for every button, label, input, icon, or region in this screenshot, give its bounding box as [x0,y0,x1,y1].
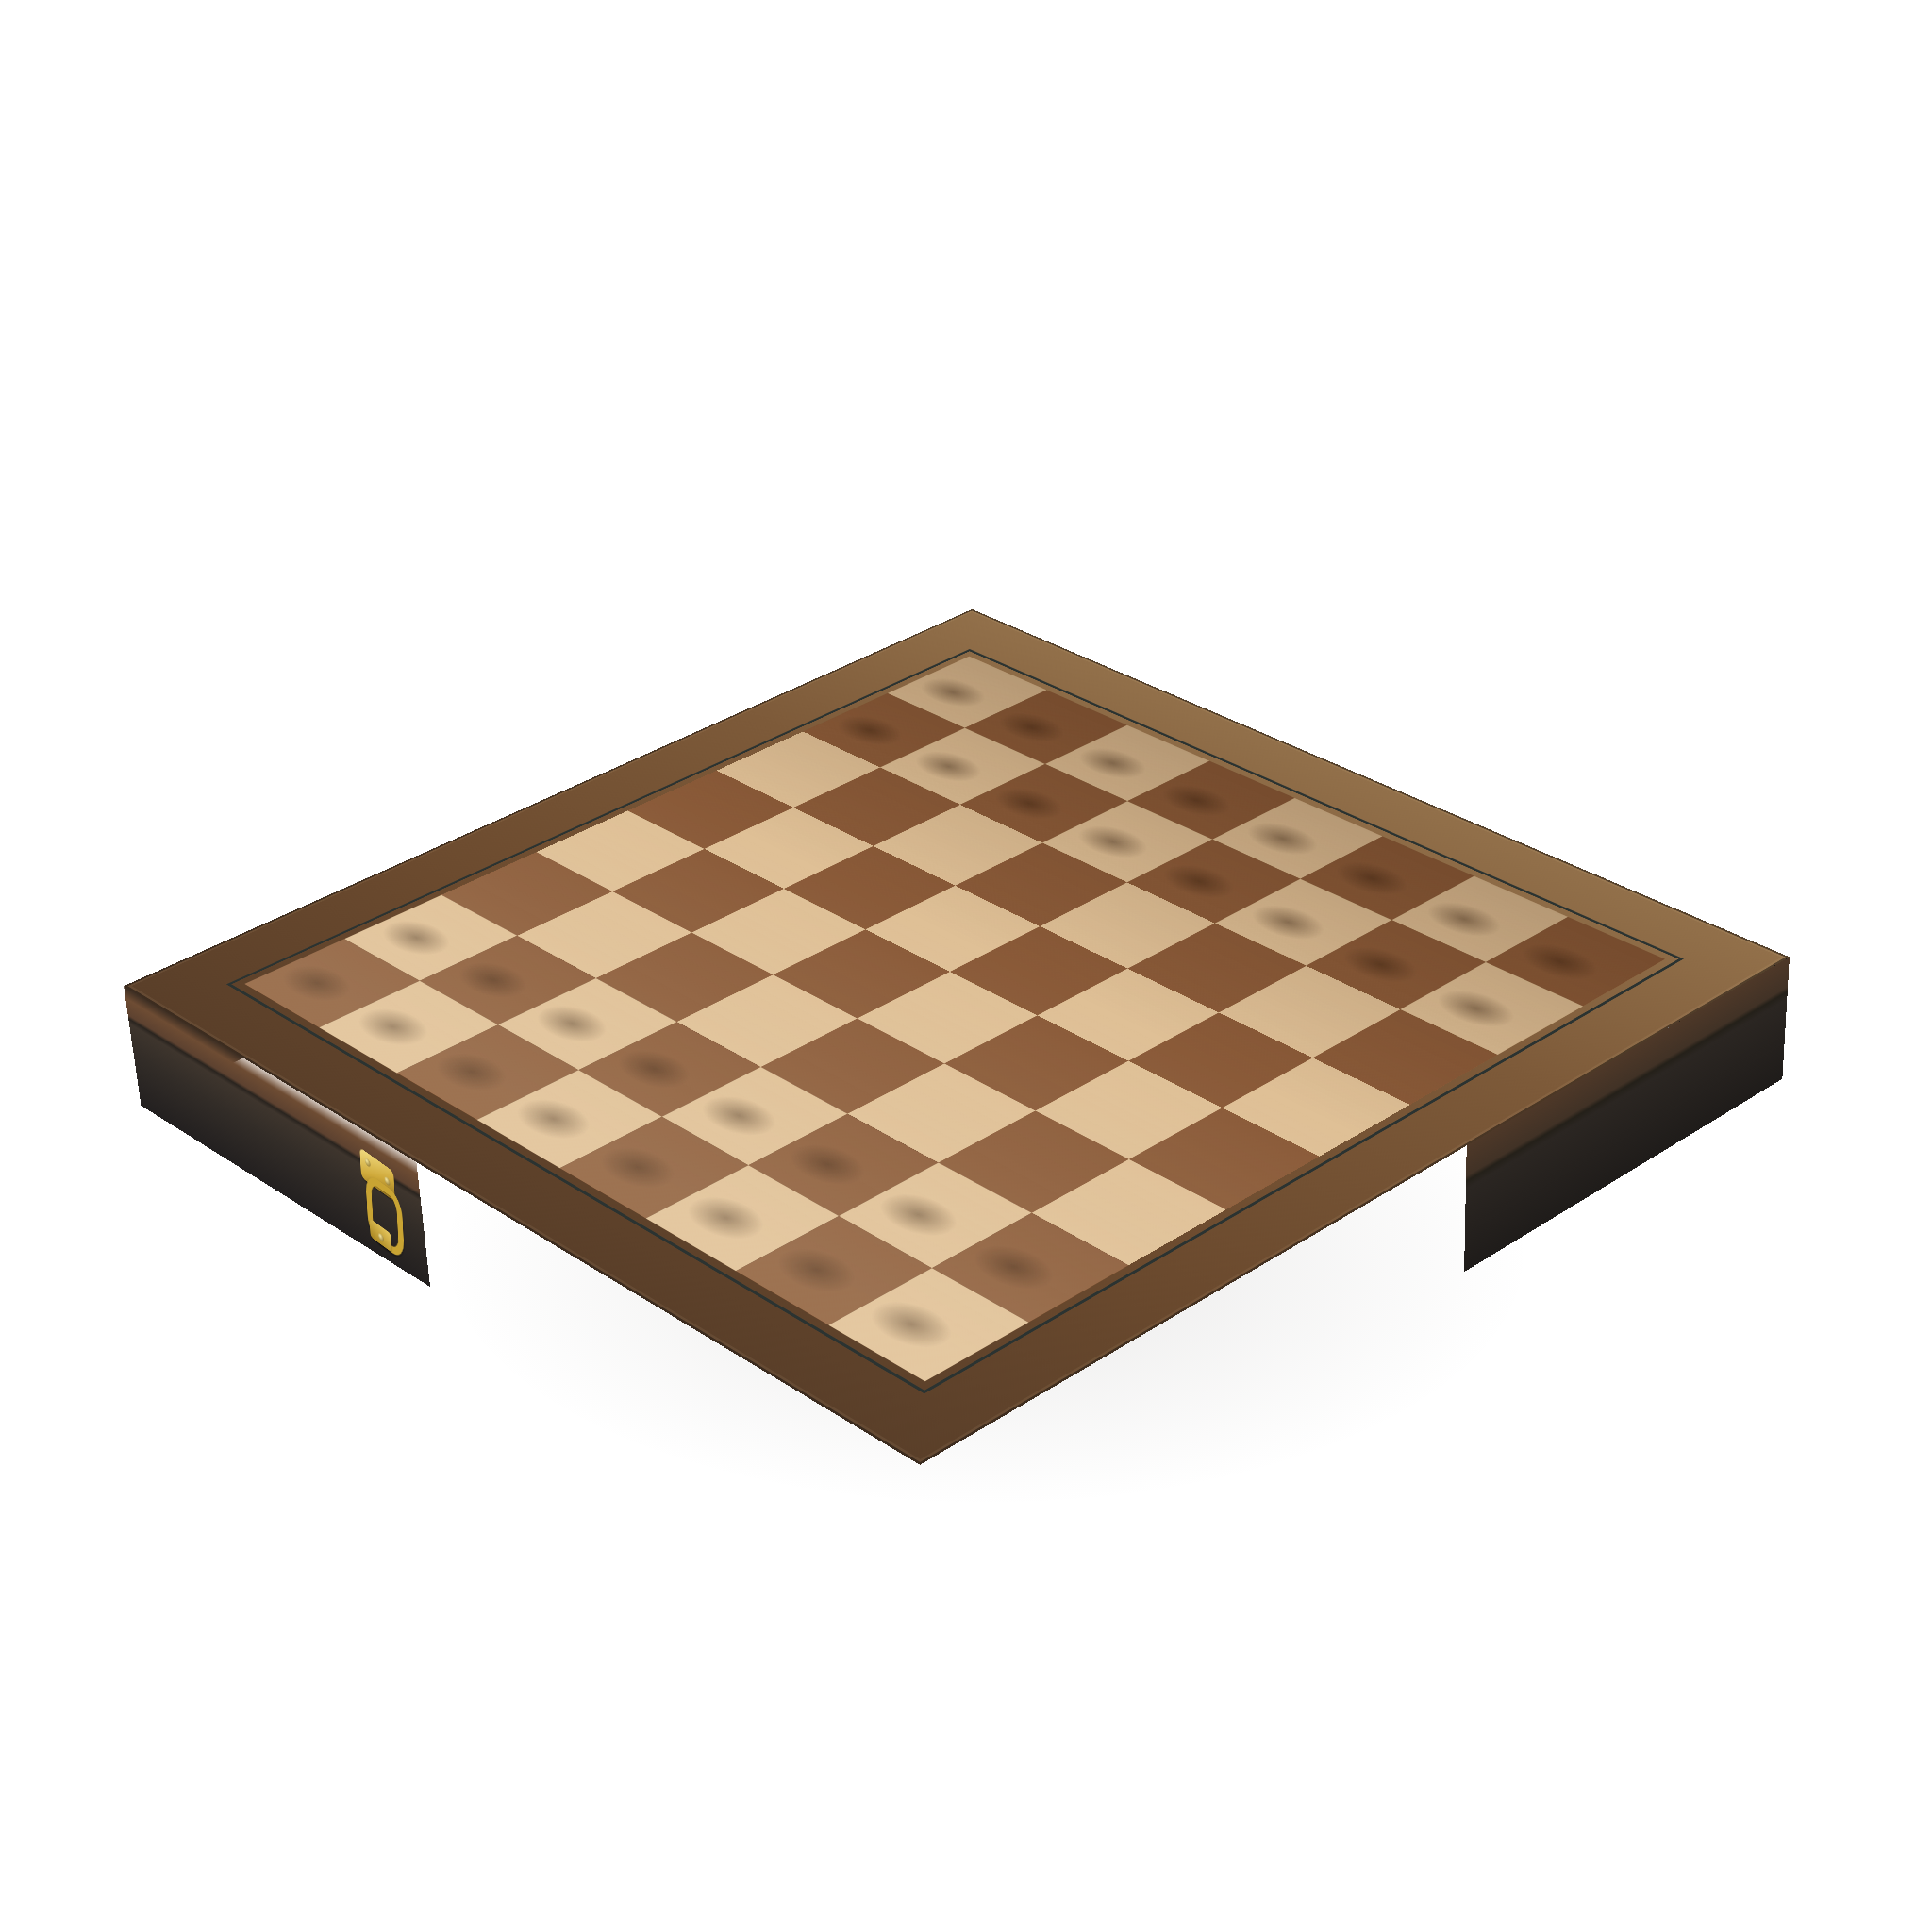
rook-glyph: ♜ [835,1335,972,1341]
scene: ♜♞♝♛♚♝♞♜♟♟♟♟♟♟♟♟♟♟♟♟♟♟♟♟♜♞♝♛♚♝♞♜ [0,0,1932,1932]
pawn-glyph: ♟ [1065,849,1149,853]
latch-screw [384,1175,390,1187]
square-h3[interactable] [1032,1159,1226,1265]
pawn-glyph: ♟ [1331,974,1420,977]
pawn-glyph: ♟ [1151,890,1236,893]
pawn-glyph: ♟ [982,811,1064,815]
latch-hasp [365,1171,405,1262]
pawn-glyph: ♟ [1240,930,1326,934]
pawn-glyph: ♟ [1426,1017,1516,1021]
latch-plate [359,1147,395,1202]
pawn-glyph: ♟ [958,1278,1055,1283]
square-d5[interactable] [865,886,1040,972]
board-frame: ♜♞♝♛♚♝♞♜♟♟♟♟♟♟♟♟♟♟♟♟♟♟♟♟♜♞♝♛♚♝♞♜ [124,609,1790,1465]
photo-canvas: { "game": "chess", "scene": { "descripti… [0,0,1932,1932]
square-h1[interactable]: ♜ [828,1268,1028,1381]
pawn-glyph: ♟ [824,738,904,741]
pawn-glyph: ♟ [902,774,983,777]
brass-latch [347,1139,410,1269]
chess-box: ♜♞♝♛♚♝♞♜♟♟♟♟♟♟♟♟♟♟♟♟♟♟♟♟♜♞♝♛♚♝♞♜ [124,609,1790,1465]
